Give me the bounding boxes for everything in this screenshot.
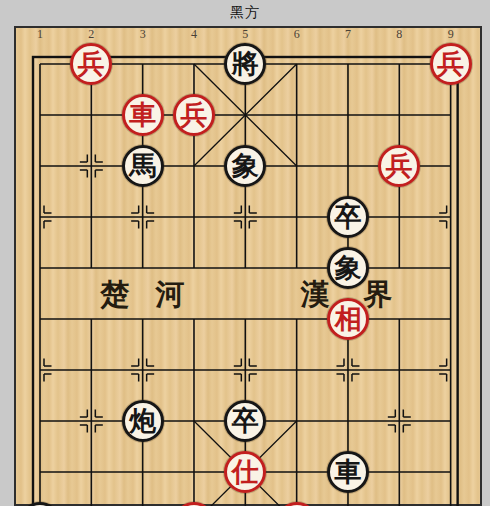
river-text-right-1: 漢: [301, 277, 330, 311]
piece-red-兵-c8r3[interactable]: 兵: [378, 145, 420, 187]
piece-red-車-c3r2[interactable]: 車: [122, 94, 164, 136]
river-text-left-2: 河: [156, 277, 185, 311]
piece-black-象-c7r5[interactable]: 象: [327, 247, 369, 289]
xiangqi-board[interactable]: 123456789 楚河漢界 兵將兵車兵馬象兵卒象相炮卒仕車: [14, 26, 482, 506]
piece-black-象-c5r3[interactable]: 象: [224, 145, 266, 187]
piece-black-將-c5r1[interactable]: 將: [224, 43, 266, 85]
river-text-right-2: 界: [364, 277, 393, 311]
river-text-left-1: 楚: [101, 277, 130, 311]
column-label-2: 2: [88, 27, 94, 42]
piece-red-仕-c5r9[interactable]: 仕: [224, 451, 266, 493]
piece-red-相-c7r6[interactable]: 相: [327, 298, 369, 340]
column-label-5: 5: [242, 27, 248, 42]
piece-black-卒-c7r4[interactable]: 卒: [327, 196, 369, 238]
column-label-3: 3: [140, 27, 146, 42]
piece-black-馬-c3r3[interactable]: 馬: [122, 145, 164, 187]
piece-red-兵-c4r2[interactable]: 兵: [173, 94, 215, 136]
column-label-6: 6: [294, 27, 300, 42]
column-label-7: 7: [345, 27, 351, 42]
column-label-8: 8: [396, 27, 402, 42]
piece-red-兵-c9r1[interactable]: 兵: [430, 43, 472, 85]
piece-black-車-c7r9[interactable]: 車: [327, 451, 369, 493]
board-side-label: 黑方: [0, 0, 490, 26]
xiangqi-app: { "game": "xiangqi", "header": { "side_l…: [0, 0, 490, 506]
piece-black-卒-c5r8[interactable]: 卒: [224, 400, 266, 442]
column-label-4: 4: [191, 27, 197, 42]
column-label-1: 1: [37, 27, 43, 42]
piece-black-炮-c3r8[interactable]: 炮: [122, 400, 164, 442]
column-label-9: 9: [448, 27, 454, 42]
